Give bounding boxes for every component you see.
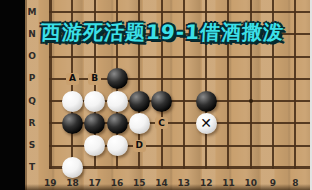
grid-line-row-T <box>49 166 312 169</box>
stone-white-Q18[interactable] <box>62 91 83 112</box>
x-mark-icon: ✕ <box>200 116 212 130</box>
problem-title: 西游死活题19-1借酒撒泼 <box>40 19 284 46</box>
stone-black-P16[interactable] <box>107 68 128 89</box>
screenshot-root: MNOPQRST1918171615141312111098✕ABCD 西游死活… <box>0 0 312 190</box>
row-label-P: P <box>24 73 40 84</box>
stone-white-Q17[interactable] <box>84 91 105 112</box>
window-edge-strip <box>310 0 312 190</box>
point-label-B[interactable]: B <box>88 73 101 85</box>
stone-black-Q12[interactable] <box>196 91 217 112</box>
board-bottom-shadow <box>25 184 312 190</box>
row-label-R: R <box>24 118 40 129</box>
stone-black-R16[interactable] <box>107 113 128 134</box>
point-label-C[interactable]: C <box>155 117 168 129</box>
point-label-D[interactable]: D <box>133 140 146 152</box>
stone-black-R18[interactable] <box>62 113 83 134</box>
row-label-T: T <box>24 162 40 173</box>
stone-white-Q16[interactable] <box>107 91 128 112</box>
stone-white-R12[interactable]: ✕ <box>196 113 217 134</box>
row-label-M: M <box>24 7 40 18</box>
row-label-S: S <box>24 140 40 151</box>
point-label-A[interactable]: A <box>66 73 79 85</box>
row-label-N: N <box>24 29 40 40</box>
star-point-Q10 <box>249 99 253 103</box>
stone-black-R17[interactable] <box>84 113 105 134</box>
stone-black-Q15[interactable] <box>129 91 150 112</box>
row-label-O: O <box>24 51 40 62</box>
stone-white-S16[interactable] <box>107 135 128 156</box>
grid-line-row-O <box>49 56 312 58</box>
left-black-bar <box>0 0 25 190</box>
grid-line-row-M <box>49 11 312 13</box>
row-label-Q: Q <box>24 96 40 107</box>
stone-black-Q14[interactable] <box>151 91 172 112</box>
stone-white-R15[interactable] <box>129 113 150 134</box>
